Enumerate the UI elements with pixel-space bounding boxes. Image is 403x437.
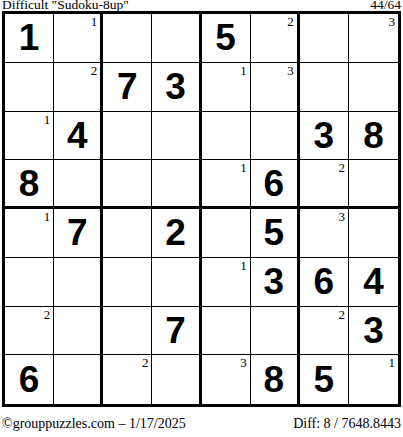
header: Difficult "Sudoku-8up" 44/64 [0, 0, 403, 11]
cell-r2c4[interactable]: 3 [152, 63, 201, 112]
given-digit: 3 [263, 263, 284, 300]
cell-r3c7[interactable]: 3 [300, 112, 349, 161]
cell-r6c2[interactable] [54, 258, 103, 307]
given-digit: 6 [19, 361, 40, 398]
cell-r3c8[interactable]: 8 [349, 112, 398, 161]
cell-r1c7[interactable] [300, 14, 349, 63]
given-digit: 8 [363, 117, 384, 154]
cell-r3c2[interactable]: 4 [54, 112, 103, 161]
corner-mark: 1 [44, 210, 51, 223]
given-digit: 4 [363, 263, 384, 300]
given-digit: 7 [67, 214, 88, 251]
corner-mark: 1 [389, 356, 396, 369]
cell-r7c3[interactable] [103, 307, 152, 356]
given-digit: 5 [263, 214, 284, 251]
cell-r3c1[interactable]: 1 [5, 112, 54, 161]
corner-mark: 2 [44, 308, 51, 321]
cell-r7c6[interactable] [251, 307, 300, 356]
cell-r4c5[interactable]: 1 [202, 160, 251, 209]
cell-r7c2[interactable] [54, 307, 103, 356]
corner-mark: 2 [338, 308, 345, 321]
cell-r1c3[interactable] [103, 14, 152, 63]
cell-r8c3[interactable]: 2 [103, 355, 152, 404]
cell-r2c5[interactable]: 1 [202, 63, 251, 112]
cell-r7c7[interactable]: 2 [300, 307, 349, 356]
cell-r8c4[interactable] [152, 355, 201, 404]
cell-r1c5[interactable]: 5 [202, 14, 251, 63]
corner-mark: 1 [91, 15, 98, 28]
cell-r2c6[interactable]: 3 [251, 63, 300, 112]
cell-r4c1[interactable]: 8 [5, 160, 54, 209]
footer-difficulty: Diff: 8 / 7648.8443 [293, 416, 401, 431]
given-digit: 6 [314, 263, 335, 300]
given-digit: 7 [117, 68, 138, 105]
cell-r6c1[interactable] [5, 258, 54, 307]
cell-r2c2[interactable]: 2 [54, 63, 103, 112]
corner-mark: 1 [240, 64, 247, 77]
corner-mark: 2 [287, 15, 294, 28]
cell-r5c3[interactable] [103, 209, 152, 258]
cell-r4c8[interactable] [349, 160, 398, 209]
cell-r8c5[interactable]: 3 [202, 355, 251, 404]
footer: ©grouppuzzles.com – 1/17/2025 Diff: 8 / … [0, 416, 403, 431]
cell-r8c7[interactable]: 5 [300, 355, 349, 404]
cell-r7c4[interactable]: 7 [152, 307, 201, 356]
cell-r4c6[interactable]: 6 [251, 160, 300, 209]
cell-r1c8[interactable]: 3 [349, 14, 398, 63]
cell-r6c3[interactable] [103, 258, 152, 307]
puzzle-counter: 44/64 [370, 0, 401, 11]
cell-r2c3[interactable]: 7 [103, 63, 152, 112]
cell-r1c6[interactable]: 2 [251, 14, 300, 63]
cell-r3c3[interactable] [103, 112, 152, 161]
corner-mark: 3 [389, 15, 396, 28]
cell-r8c2[interactable] [54, 355, 103, 404]
given-digit: 6 [263, 165, 284, 202]
corner-mark: 3 [240, 356, 247, 369]
puzzle-page: Difficult "Sudoku-8up" 44/64 11523273131… [0, 0, 403, 437]
cell-r3c4[interactable] [152, 112, 201, 161]
cell-r5c4[interactable]: 2 [152, 209, 201, 258]
cell-r4c7[interactable]: 2 [300, 160, 349, 209]
given-digit: 5 [314, 361, 335, 398]
given-digit: 1 [19, 19, 40, 56]
cell-r6c4[interactable] [152, 258, 201, 307]
given-digit: 2 [165, 214, 186, 251]
given-digit: 5 [215, 19, 236, 56]
cell-r5c7[interactable]: 3 [300, 209, 349, 258]
cell-r7c8[interactable]: 3 [349, 307, 398, 356]
given-digit: 3 [314, 117, 335, 154]
cell-r6c8[interactable]: 4 [349, 258, 398, 307]
cell-r4c3[interactable] [103, 160, 152, 209]
cell-r6c7[interactable]: 6 [300, 258, 349, 307]
footer-credit: ©grouppuzzles.com – 1/17/2025 [2, 416, 186, 431]
cell-r6c5[interactable]: 1 [202, 258, 251, 307]
cell-r5c8[interactable] [349, 209, 398, 258]
cell-r2c8[interactable] [349, 63, 398, 112]
corner-mark: 2 [91, 64, 98, 77]
corner-mark: 1 [240, 161, 247, 174]
corner-mark: 1 [240, 259, 247, 272]
cell-r2c7[interactable] [300, 63, 349, 112]
corner-mark: 2 [338, 161, 345, 174]
puzzle-title: Difficult "Sudoku-8up" [2, 0, 129, 11]
cell-r1c1[interactable]: 1 [5, 14, 54, 63]
given-digit: 3 [165, 68, 186, 105]
cell-r7c5[interactable] [202, 307, 251, 356]
corner-mark: 2 [142, 356, 149, 369]
given-digit: 4 [67, 117, 88, 154]
corner-mark: 3 [287, 64, 294, 77]
cell-r4c2[interactable] [54, 160, 103, 209]
cell-r5c5[interactable] [202, 209, 251, 258]
cell-r3c6[interactable] [251, 112, 300, 161]
cell-r8c6[interactable]: 8 [251, 355, 300, 404]
sudoku-grid: 1152327313143881621725313642723623851 [2, 11, 401, 407]
given-digit: 7 [165, 312, 186, 349]
cell-r2c1[interactable] [5, 63, 54, 112]
cell-r1c4[interactable] [152, 14, 201, 63]
cell-r5c2[interactable]: 7 [54, 209, 103, 258]
cell-r7c1[interactable]: 2 [5, 307, 54, 356]
cell-r8c8[interactable]: 1 [349, 355, 398, 404]
cell-r3c5[interactable] [202, 112, 251, 161]
cell-r5c1[interactable]: 1 [5, 209, 54, 258]
cell-r8c1[interactable]: 6 [5, 355, 54, 404]
cell-r6c6[interactable]: 3 [251, 258, 300, 307]
given-digit: 8 [19, 165, 40, 202]
cell-r5c6[interactable]: 5 [251, 209, 300, 258]
given-digit: 8 [263, 361, 284, 398]
corner-mark: 3 [338, 210, 345, 223]
cell-r4c4[interactable] [152, 160, 201, 209]
corner-mark: 1 [44, 113, 51, 126]
cell-r1c2[interactable]: 1 [54, 14, 103, 63]
given-digit: 3 [363, 312, 384, 349]
